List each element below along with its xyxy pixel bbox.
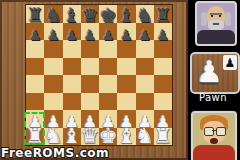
square-d1[interactable]: ♛ <box>81 128 99 146</box>
square-b4[interactable] <box>44 75 62 93</box>
opponent-hair-shape <box>225 12 231 26</box>
white-king-e1: ♚ <box>99 126 118 147</box>
square-e2[interactable]: ♟ <box>99 110 117 128</box>
square-e3[interactable] <box>99 93 117 111</box>
square-a3[interactable] <box>26 93 44 111</box>
square-h8[interactable]: ♜ <box>154 5 172 23</box>
black-pawn-icon: ♟ <box>225 57 236 69</box>
square-f2[interactable]: ♟ <box>117 110 135 128</box>
square-a4[interactable] <box>26 75 44 93</box>
chess-board: ♜♞♝♛♚♝♞♜♟♟♟♟♟♟♟♟♟♟♟♟♟♟♟♟♜♞♝♛♚♝♞♜ <box>26 5 172 145</box>
white-queen-d1: ♛ <box>80 126 99 147</box>
square-c8[interactable]: ♝ <box>63 5 81 23</box>
player-mouth-shape <box>210 138 218 144</box>
square-a6[interactable] <box>26 40 44 58</box>
square-e5[interactable] <box>99 58 117 76</box>
square-e8[interactable]: ♚ <box>99 5 117 23</box>
square-f8[interactable]: ♝ <box>117 5 135 23</box>
board-wooden-frame: ♜♞♝♛♚♝♞♜♟♟♟♟♟♟♟♟♟♟♟♟♟♟♟♟♜♞♝♛♚♝♞♜ <box>0 0 188 160</box>
white-rook-h1: ♜ <box>153 126 172 147</box>
square-d7[interactable]: ♟ <box>81 23 99 41</box>
square-h5[interactable] <box>154 58 172 76</box>
square-g6[interactable] <box>136 40 154 58</box>
square-f1[interactable]: ♝ <box>117 128 135 146</box>
player-glasses-bridge-shape <box>212 130 216 131</box>
square-b3[interactable] <box>44 93 62 111</box>
white-knight-g1: ♞ <box>135 126 154 147</box>
square-g5[interactable] <box>136 58 154 76</box>
square-f7[interactable]: ♟ <box>117 23 135 41</box>
square-h2[interactable]: ♟ <box>154 110 172 128</box>
right-sidebar: ♟ ♟ Pawn <box>188 0 240 160</box>
square-c3[interactable] <box>63 93 81 111</box>
opponent-eye-shape <box>219 15 221 17</box>
square-d6[interactable] <box>81 40 99 58</box>
square-d8[interactable]: ♛ <box>81 5 99 23</box>
square-d3[interactable] <box>81 93 99 111</box>
square-b5[interactable] <box>44 58 62 76</box>
chessmaster-game-screen: ♜♞♝♛♚♝♞♜♟♟♟♟♟♟♟♟♟♟♟♟♟♟♟♟♜♞♝♛♚♝♞♜ ♟ ♟ Paw… <box>0 0 240 160</box>
white-bishop-f1: ♝ <box>117 126 136 147</box>
square-d4[interactable] <box>81 75 99 93</box>
opponent-mouth-shape <box>213 23 219 25</box>
opponent-eye-shape <box>211 15 213 17</box>
square-b8[interactable]: ♞ <box>44 5 62 23</box>
selected-piece-label: Pawn <box>188 92 238 103</box>
square-b2[interactable]: ♟ <box>44 110 62 128</box>
square-g7[interactable]: ♟ <box>136 23 154 41</box>
square-g2[interactable]: ♟ <box>136 110 154 128</box>
white-bishop-c1: ♝ <box>62 126 81 147</box>
white-pawn-icon: ♟ <box>196 53 223 91</box>
player-glasses-icon <box>204 127 214 136</box>
square-e4[interactable] <box>99 75 117 93</box>
square-h1[interactable]: ♜ <box>154 128 172 146</box>
square-e7[interactable]: ♟ <box>99 23 117 41</box>
square-f6[interactable] <box>117 40 135 58</box>
player-shirt-shape <box>193 145 235 160</box>
square-f5[interactable] <box>117 58 135 76</box>
square-d5[interactable] <box>81 58 99 76</box>
player-glasses-icon <box>216 127 226 136</box>
square-e1[interactable]: ♚ <box>99 128 117 146</box>
square-g1[interactable]: ♞ <box>136 128 154 146</box>
square-c5[interactable] <box>63 58 81 76</box>
square-c6[interactable] <box>63 40 81 58</box>
selection-cursor <box>24 112 45 145</box>
square-g3[interactable] <box>136 93 154 111</box>
freeroms-watermark: FreeROMS.com <box>1 146 109 160</box>
player-portrait <box>191 111 237 160</box>
white-knight-b1: ♞ <box>44 126 63 147</box>
square-h6[interactable] <box>154 40 172 58</box>
square-g8[interactable]: ♞ <box>136 5 154 23</box>
opponent-body-shape <box>197 30 235 44</box>
square-b6[interactable] <box>44 40 62 58</box>
square-b1[interactable]: ♞ <box>44 128 62 146</box>
square-c4[interactable] <box>63 75 81 93</box>
square-c1[interactable]: ♝ <box>63 128 81 146</box>
square-h3[interactable] <box>154 93 172 111</box>
square-b7[interactable]: ♟ <box>44 23 62 41</box>
selected-piece-panel: ♟ ♟ <box>190 52 240 94</box>
square-d2[interactable]: ♟ <box>81 110 99 128</box>
square-f3[interactable] <box>117 93 135 111</box>
square-e6[interactable] <box>99 40 117 58</box>
square-a8[interactable]: ♜ <box>26 5 44 23</box>
black-pawn-badge: ♟ <box>223 55 237 70</box>
square-f4[interactable] <box>117 75 135 93</box>
square-g4[interactable] <box>136 75 154 93</box>
square-c2[interactable]: ♟ <box>63 110 81 128</box>
square-h7[interactable]: ♟ <box>154 23 172 41</box>
opponent-portrait <box>195 1 237 46</box>
square-c7[interactable]: ♟ <box>63 23 81 41</box>
square-h4[interactable] <box>154 75 172 93</box>
square-a5[interactable] <box>26 58 44 76</box>
square-a7[interactable]: ♟ <box>26 23 44 41</box>
